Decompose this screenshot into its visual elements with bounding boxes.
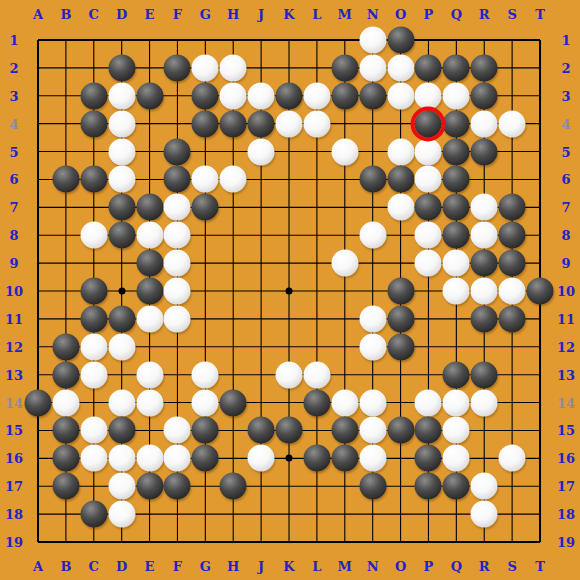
star-point-K16 — [286, 455, 293, 462]
col-label-top-H: H — [227, 7, 239, 22]
col-label-top-D: D — [116, 7, 127, 22]
row-label-left-4: 4 — [9, 116, 18, 131]
stone-black-B16[interactable]: ● — [52, 445, 79, 472]
stone-white-N14[interactable]: ● — [359, 389, 386, 416]
stone-white-P8[interactable]: ● — [415, 222, 442, 249]
stone-black-Q7[interactable]: ● — [443, 194, 470, 221]
stone-black-Q6[interactable]: ● — [443, 166, 470, 193]
stone-black-R13[interactable]: ● — [471, 361, 498, 388]
stone-black-S11[interactable]: ● — [499, 305, 526, 332]
stone-white-M14[interactable]: ● — [331, 389, 358, 416]
row-label-right-11: 11 — [557, 311, 575, 326]
stone-black-B17[interactable]: ● — [52, 473, 79, 500]
stone-black-F5[interactable]: ● — [164, 138, 191, 165]
stone-black-O15[interactable]: ● — [387, 417, 414, 444]
stone-white-K13[interactable]: ● — [276, 361, 303, 388]
stone-white-D3[interactable]: ● — [108, 82, 135, 109]
stone-white-P5[interactable]: ● — [415, 138, 442, 165]
stone-white-B14[interactable]: ● — [52, 389, 79, 416]
stone-black-O1[interactable]: ● — [387, 27, 414, 54]
row-label-right-16: 16 — [557, 451, 575, 466]
go-board-screen: AABBCCDDEEFFGGHHJJKKLLMMNNOOPPQQRRSSTT11… — [0, 0, 580, 580]
row-label-right-14: 14 — [557, 395, 575, 410]
stone-white-E16[interactable]: ● — [136, 445, 163, 472]
stone-black-S7[interactable]: ● — [499, 194, 526, 221]
stone-black-H4[interactable]: ● — [220, 110, 247, 137]
stone-white-G13[interactable]: ● — [192, 361, 219, 388]
row-label-right-3: 3 — [561, 88, 570, 103]
row-label-right-6: 6 — [561, 172, 570, 187]
stone-black-K3[interactable]: ● — [276, 82, 303, 109]
stone-black-M3[interactable]: ● — [331, 82, 358, 109]
stone-white-R14[interactable]: ● — [471, 389, 498, 416]
col-label-top-R: R — [479, 7, 490, 22]
col-label-top-S: S — [507, 7, 516, 22]
stone-white-E13[interactable]: ● — [136, 361, 163, 388]
stone-white-D17[interactable]: ● — [108, 473, 135, 500]
stone-white-Q10[interactable]: ● — [443, 278, 470, 305]
stone-black-B12[interactable]: ● — [52, 333, 79, 360]
stone-black-S8[interactable]: ● — [499, 222, 526, 249]
col-label-bottom-D: D — [116, 559, 127, 574]
stone-black-C10[interactable]: ● — [80, 278, 107, 305]
stone-white-F7[interactable]: ● — [164, 194, 191, 221]
row-label-right-5: 5 — [561, 144, 570, 159]
stone-white-Q15[interactable]: ● — [443, 417, 470, 444]
stone-black-P15[interactable]: ● — [415, 417, 442, 444]
col-label-top-F: F — [173, 7, 182, 22]
stone-black-R9[interactable]: ● — [471, 250, 498, 277]
col-label-bottom-E: E — [145, 559, 155, 574]
col-label-bottom-L: L — [312, 559, 321, 574]
stone-white-F9[interactable]: ● — [164, 250, 191, 277]
stone-black-J4[interactable]: ● — [248, 110, 275, 137]
stone-black-N17[interactable]: ● — [359, 473, 386, 500]
stone-black-O10[interactable]: ● — [387, 278, 414, 305]
stone-black-P2[interactable]: ● — [415, 54, 442, 81]
stone-white-N15[interactable]: ● — [359, 417, 386, 444]
row-label-right-2: 2 — [561, 60, 570, 75]
row-label-right-10: 10 — [557, 284, 575, 299]
stone-white-G6[interactable]: ● — [192, 166, 219, 193]
stone-black-E7[interactable]: ● — [136, 194, 163, 221]
col-label-bottom-A: A — [33, 559, 43, 574]
col-label-bottom-M: M — [338, 559, 352, 574]
row-label-left-10: 10 — [5, 284, 23, 299]
col-label-bottom-F: F — [173, 559, 182, 574]
stone-black-R11[interactable]: ● — [471, 305, 498, 332]
stone-white-N1[interactable]: ● — [359, 27, 386, 54]
row-label-left-5: 5 — [9, 144, 18, 159]
col-label-top-M: M — [338, 7, 352, 22]
stone-black-Q5[interactable]: ● — [443, 138, 470, 165]
stone-white-G14[interactable]: ● — [192, 389, 219, 416]
stone-black-D15[interactable]: ● — [108, 417, 135, 444]
stone-white-O5[interactable]: ● — [387, 138, 414, 165]
stone-white-M9[interactable]: ● — [331, 250, 358, 277]
stone-white-D12[interactable]: ● — [108, 333, 135, 360]
stone-white-F8[interactable]: ● — [164, 222, 191, 249]
stone-black-Q2[interactable]: ● — [443, 54, 470, 81]
row-label-right-17: 17 — [557, 479, 575, 494]
stone-white-S10[interactable]: ● — [499, 278, 526, 305]
stone-white-N8[interactable]: ● — [359, 222, 386, 249]
star-point-D10 — [118, 288, 125, 295]
stone-white-N2[interactable]: ● — [359, 54, 386, 81]
stone-black-P4[interactable]: ● — [415, 110, 442, 137]
stone-white-P14[interactable]: ● — [415, 389, 442, 416]
stone-white-D5[interactable]: ● — [108, 138, 135, 165]
col-label-top-K: K — [283, 7, 294, 22]
stone-white-D4[interactable]: ● — [108, 110, 135, 137]
stone-black-M15[interactable]: ● — [331, 417, 358, 444]
col-label-bottom-B: B — [60, 559, 71, 574]
col-label-top-Q: Q — [451, 7, 462, 22]
stone-white-O7[interactable]: ● — [387, 194, 414, 221]
col-label-top-T: T — [535, 7, 545, 22]
stone-black-R5[interactable]: ● — [471, 138, 498, 165]
col-label-bottom-P: P — [424, 559, 434, 574]
stone-white-L4[interactable]: ● — [303, 110, 330, 137]
col-label-bottom-O: O — [395, 559, 406, 574]
stone-white-F15[interactable]: ● — [164, 417, 191, 444]
stone-black-S9[interactable]: ● — [499, 250, 526, 277]
stone-black-L16[interactable]: ● — [303, 445, 330, 472]
stone-white-F11[interactable]: ● — [164, 305, 191, 332]
row-label-right-12: 12 — [557, 339, 575, 354]
stone-white-N11[interactable]: ● — [359, 305, 386, 332]
stone-white-E11[interactable]: ● — [136, 305, 163, 332]
stone-black-E10[interactable]: ● — [136, 278, 163, 305]
stone-white-R18[interactable]: ● — [471, 501, 498, 528]
col-label-top-J: J — [258, 7, 264, 22]
stone-black-E9[interactable]: ● — [136, 250, 163, 277]
row-label-right-7: 7 — [561, 200, 570, 215]
stone-black-F6[interactable]: ● — [164, 166, 191, 193]
stone-white-O2[interactable]: ● — [387, 54, 414, 81]
stone-black-D2[interactable]: ● — [108, 54, 135, 81]
stone-white-C8[interactable]: ● — [80, 222, 107, 249]
stone-black-H14[interactable]: ● — [220, 389, 247, 416]
stone-black-Q4[interactable]: ● — [443, 110, 470, 137]
stone-black-N6[interactable]: ● — [359, 166, 386, 193]
col-label-top-O: O — [395, 7, 406, 22]
stone-white-C16[interactable]: ● — [80, 445, 107, 472]
stone-black-F2[interactable]: ● — [164, 54, 191, 81]
stone-white-J3[interactable]: ● — [248, 82, 275, 109]
row-label-left-3: 3 — [9, 88, 18, 103]
col-label-bottom-C: C — [89, 559, 99, 574]
row-label-left-16: 16 — [5, 451, 23, 466]
col-label-bottom-N: N — [367, 559, 379, 574]
stone-black-D7[interactable]: ● — [108, 194, 135, 221]
stone-black-G15[interactable]: ● — [192, 417, 219, 444]
row-label-right-18: 18 — [557, 507, 575, 522]
col-label-bottom-Q: Q — [451, 559, 462, 574]
row-label-left-14: 14 — [5, 395, 23, 410]
stone-black-T10[interactable]: ● — [527, 278, 554, 305]
stone-black-H17[interactable]: ● — [220, 473, 247, 500]
col-label-bottom-J: J — [258, 559, 264, 574]
col-label-top-L: L — [312, 7, 321, 22]
col-label-top-E: E — [145, 7, 155, 22]
stone-white-R17[interactable]: ● — [471, 473, 498, 500]
stone-black-M2[interactable]: ● — [331, 54, 358, 81]
col-label-top-A: A — [33, 7, 43, 22]
stone-black-J15[interactable]: ● — [248, 417, 275, 444]
stone-white-H6[interactable]: ● — [220, 166, 247, 193]
stone-black-G4[interactable]: ● — [192, 110, 219, 137]
row-label-left-13: 13 — [5, 367, 23, 382]
stone-black-G3[interactable]: ● — [192, 82, 219, 109]
stone-white-H2[interactable]: ● — [220, 54, 247, 81]
col-label-bottom-S: S — [507, 559, 516, 574]
stone-white-R7[interactable]: ● — [471, 194, 498, 221]
stone-white-Q16[interactable]: ● — [443, 445, 470, 472]
row-label-left-11: 11 — [5, 311, 23, 326]
stone-black-C3[interactable]: ● — [80, 82, 107, 109]
stone-white-P3[interactable]: ● — [415, 82, 442, 109]
col-label-bottom-G: G — [200, 559, 211, 574]
star-point-K10 — [286, 288, 293, 295]
row-label-right-4: 4 — [561, 116, 570, 131]
stone-white-R4[interactable]: ● — [471, 110, 498, 137]
stone-black-C18[interactable]: ● — [80, 501, 107, 528]
stone-black-O12[interactable]: ● — [387, 333, 414, 360]
stone-white-N16[interactable]: ● — [359, 445, 386, 472]
stone-black-B15[interactable]: ● — [52, 417, 79, 444]
stone-white-D6[interactable]: ● — [108, 166, 135, 193]
row-label-right-9: 9 — [561, 256, 570, 271]
row-label-left-7: 7 — [9, 200, 18, 215]
stone-black-L14[interactable]: ● — [303, 389, 330, 416]
row-label-right-15: 15 — [557, 423, 575, 438]
stone-white-C15[interactable]: ● — [80, 417, 107, 444]
row-label-left-12: 12 — [5, 339, 23, 354]
stone-black-C11[interactable]: ● — [80, 305, 107, 332]
stone-white-D14[interactable]: ● — [108, 389, 135, 416]
stone-white-G2[interactable]: ● — [192, 54, 219, 81]
stone-black-G16[interactable]: ● — [192, 445, 219, 472]
stone-white-C13[interactable]: ● — [80, 361, 107, 388]
stone-white-S4[interactable]: ● — [499, 110, 526, 137]
stone-white-C12[interactable]: ● — [80, 333, 107, 360]
row-label-left-1: 1 — [9, 33, 18, 48]
stone-black-O11[interactable]: ● — [387, 305, 414, 332]
stone-white-M5[interactable]: ● — [331, 138, 358, 165]
stone-white-H3[interactable]: ● — [220, 82, 247, 109]
stone-black-E3[interactable]: ● — [136, 82, 163, 109]
stone-black-N3[interactable]: ● — [359, 82, 386, 109]
row-label-left-15: 15 — [5, 423, 23, 438]
col-label-bottom-T: T — [535, 559, 545, 574]
col-label-top-G: G — [200, 7, 211, 22]
row-label-right-13: 13 — [557, 367, 575, 382]
stone-white-D18[interactable]: ● — [108, 501, 135, 528]
stone-white-S16[interactable]: ● — [499, 445, 526, 472]
row-label-left-19: 19 — [5, 535, 23, 550]
stone-black-P16[interactable]: ● — [415, 445, 442, 472]
row-label-left-8: 8 — [9, 228, 18, 243]
stone-white-E14[interactable]: ● — [136, 389, 163, 416]
stone-black-B13[interactable]: ● — [52, 361, 79, 388]
stone-black-C6[interactable]: ● — [80, 166, 107, 193]
stone-black-C4[interactable]: ● — [80, 110, 107, 137]
stone-black-R3[interactable]: ● — [471, 82, 498, 109]
stone-black-D11[interactable]: ● — [108, 305, 135, 332]
col-label-bottom-K: K — [283, 559, 294, 574]
stone-black-B6[interactable]: ● — [52, 166, 79, 193]
stone-white-P6[interactable]: ● — [415, 166, 442, 193]
stone-white-L3[interactable]: ● — [303, 82, 330, 109]
stone-black-F17[interactable]: ● — [164, 473, 191, 500]
stone-black-G7[interactable]: ● — [192, 194, 219, 221]
row-label-right-1: 1 — [561, 33, 570, 48]
row-label-left-2: 2 — [9, 60, 18, 75]
stone-white-R8[interactable]: ● — [471, 222, 498, 249]
row-label-right-19: 19 — [557, 535, 575, 550]
row-label-right-8: 8 — [561, 228, 570, 243]
col-label-top-C: C — [89, 7, 99, 22]
col-label-top-N: N — [367, 7, 379, 22]
row-label-left-6: 6 — [9, 172, 18, 187]
stone-black-P7[interactable]: ● — [415, 194, 442, 221]
col-label-top-P: P — [424, 7, 434, 22]
stone-black-R2[interactable]: ● — [471, 54, 498, 81]
stone-white-O3[interactable]: ● — [387, 82, 414, 109]
stone-white-P9[interactable]: ● — [415, 250, 442, 277]
col-label-bottom-H: H — [227, 559, 239, 574]
stone-white-R10[interactable]: ● — [471, 278, 498, 305]
stone-white-L13[interactable]: ● — [303, 361, 330, 388]
stone-black-M16[interactable]: ● — [331, 445, 358, 472]
col-label-top-B: B — [60, 7, 71, 22]
row-label-left-17: 17 — [5, 479, 23, 494]
stone-white-J5[interactable]: ● — [248, 138, 275, 165]
stone-black-Q8[interactable]: ● — [443, 222, 470, 249]
stone-white-F16[interactable]: ● — [164, 445, 191, 472]
stone-black-Q13[interactable]: ● — [443, 361, 470, 388]
stone-black-Q17[interactable]: ● — [443, 473, 470, 500]
stone-white-D16[interactable]: ● — [108, 445, 135, 472]
stone-black-O6[interactable]: ● — [387, 166, 414, 193]
stone-white-F10[interactable]: ● — [164, 278, 191, 305]
stone-white-K4[interactable]: ● — [276, 110, 303, 137]
row-label-left-9: 9 — [9, 256, 18, 271]
col-label-bottom-R: R — [479, 559, 490, 574]
stone-white-J16[interactable]: ● — [248, 445, 275, 472]
stone-white-N12[interactable]: ● — [359, 333, 386, 360]
stone-black-D8[interactable]: ● — [108, 222, 135, 249]
stone-white-Q9[interactable]: ● — [443, 250, 470, 277]
stone-white-Q14[interactable]: ● — [443, 389, 470, 416]
stone-black-P17[interactable]: ● — [415, 473, 442, 500]
stone-black-A14[interactable]: ● — [25, 389, 52, 416]
row-label-left-18: 18 — [5, 507, 23, 522]
stone-white-Q3[interactable]: ● — [443, 82, 470, 109]
stone-black-K15[interactable]: ● — [276, 417, 303, 444]
stone-white-E8[interactable]: ● — [136, 222, 163, 249]
stone-black-E17[interactable]: ● — [136, 473, 163, 500]
